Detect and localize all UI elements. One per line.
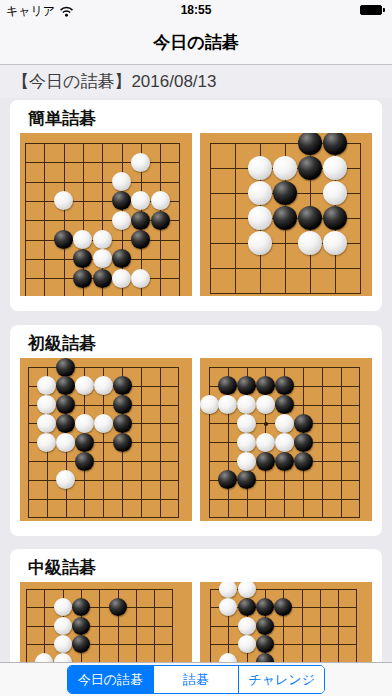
white-stone (35, 653, 53, 662)
section-title-beginner: 初級詰碁 (20, 333, 372, 355)
white-stone (112, 172, 131, 191)
date-header-text: 【今日の詰碁】2016/08/13 (12, 70, 216, 93)
go-board-thumbnail-easy-2[interactable] (200, 133, 372, 296)
black-stone (113, 395, 132, 414)
white-stone (248, 206, 272, 230)
white-stone (323, 231, 347, 255)
grid-line-h (209, 367, 360, 368)
white-stone (298, 231, 322, 255)
grid-line-h (28, 480, 179, 481)
go-board-thumbnail-easy-1[interactable] (20, 133, 192, 296)
white-stone (37, 433, 56, 452)
grid-line-h (26, 644, 173, 645)
black-stone (256, 376, 275, 395)
grid-line-h (210, 268, 361, 269)
white-stone (219, 598, 237, 616)
grid-line-h (210, 626, 357, 627)
page-title: 今日の詰碁 (153, 31, 238, 54)
black-stone (112, 191, 131, 210)
black-stone (323, 133, 347, 155)
black-stone (298, 206, 322, 230)
tab-challenge[interactable]: チャレンジ (239, 666, 324, 693)
grid-line-h (28, 517, 179, 518)
grid-line-h (28, 367, 179, 368)
board-wrap (20, 582, 192, 662)
go-board-thumbnail-beginner-1[interactable] (20, 358, 192, 521)
white-stone (323, 181, 347, 205)
board-wrap (200, 582, 372, 662)
black-stone (54, 230, 73, 249)
black-stone (112, 249, 131, 268)
tab-bar: 今日の詰碁 詰碁 チャレンジ (0, 662, 392, 696)
black-stone (256, 653, 274, 662)
black-stone (237, 376, 256, 395)
black-stone (56, 376, 75, 395)
white-stone (275, 433, 294, 452)
black-stone (75, 433, 94, 452)
white-stone (323, 156, 347, 180)
section-card-beginner: 初級詰碁 (10, 325, 382, 536)
black-stone (256, 635, 274, 653)
black-stone (151, 211, 170, 230)
white-stone (56, 470, 75, 489)
segmented-control: 今日の詰碁 詰碁 チャレンジ (67, 665, 325, 694)
white-stone (248, 181, 272, 205)
white-stone (54, 653, 72, 662)
black-stone (113, 414, 132, 433)
black-stone (75, 452, 94, 471)
black-stone (109, 598, 127, 616)
board-wrap (200, 358, 372, 521)
black-stone (273, 206, 297, 230)
black-stone (256, 598, 274, 616)
black-stone (237, 470, 256, 489)
white-stone (256, 433, 275, 452)
go-board-thumbnail-beginner-2[interactable] (200, 358, 372, 521)
tab-today-tsumego[interactable]: 今日の詰碁 (68, 666, 154, 693)
white-stone (256, 395, 275, 414)
white-stone (93, 230, 112, 249)
grid-line-h (26, 626, 173, 627)
white-stone (238, 635, 256, 653)
white-stone (200, 395, 219, 414)
white-stone (238, 582, 256, 598)
black-stone (298, 133, 322, 155)
date-header: 【今日の詰碁】2016/08/13 (0, 65, 392, 98)
grid-line-h (26, 607, 173, 608)
grid-line-h (25, 162, 180, 163)
white-stone (56, 433, 75, 452)
black-stone (56, 358, 75, 377)
board-wrap (20, 133, 192, 296)
white-stone (219, 582, 237, 598)
board-wrap (20, 358, 192, 521)
grid-line-h (25, 143, 180, 144)
black-stone (73, 269, 92, 288)
grid-line-h (210, 293, 361, 294)
grid-line-h (25, 182, 180, 183)
white-stone (112, 269, 131, 288)
white-stone (54, 617, 72, 635)
white-stone (275, 414, 294, 433)
black-stone (275, 376, 294, 395)
black-stone (294, 414, 313, 433)
board-wrap (200, 133, 372, 296)
white-stone (93, 249, 112, 268)
section-title-easy: 簡単詰碁 (20, 108, 372, 130)
grid-line-h (210, 644, 357, 645)
white-stone (94, 376, 113, 395)
black-stone (73, 249, 92, 268)
white-stone (248, 231, 272, 255)
status-bar: キャリア 18:55 (0, 0, 392, 20)
black-stone (72, 598, 90, 616)
white-stone (75, 414, 94, 433)
status-time: 18:55 (0, 3, 392, 17)
white-stone (237, 395, 256, 414)
hoshi-point (264, 422, 268, 426)
black-stone (256, 452, 275, 471)
black-stone (113, 433, 132, 452)
nav-bar: 今日の詰碁 (0, 20, 392, 65)
black-stone (238, 598, 256, 616)
black-stone (56, 395, 75, 414)
tab-tsumego[interactable]: 詰碁 (154, 666, 240, 693)
white-stone (237, 433, 256, 452)
black-stone (294, 452, 313, 471)
white-stone (37, 395, 56, 414)
white-stone (237, 452, 256, 471)
white-stone (218, 395, 237, 414)
white-stone (112, 211, 131, 230)
white-stone (75, 376, 94, 395)
grid-line-h (209, 517, 360, 518)
white-stone (54, 635, 72, 653)
black-stone (275, 452, 294, 471)
white-stone (94, 414, 113, 433)
app-screen: キャリア 18:55 今日の詰碁 【今日の詰碁】2016/08/13 簡単詰碁 (0, 0, 392, 696)
black-stone (294, 433, 313, 452)
grid-line-h (209, 499, 360, 500)
white-stone (37, 376, 56, 395)
section-card-easy: 簡単詰碁 (10, 100, 382, 311)
black-stone (56, 414, 75, 433)
grid-line-h (28, 461, 179, 462)
white-stone (37, 414, 56, 433)
black-stone (218, 470, 237, 489)
white-stone (238, 617, 256, 635)
go-board-thumbnail-intermediate-2[interactable] (200, 582, 372, 662)
black-stone (273, 181, 297, 205)
black-stone (113, 376, 132, 395)
white-stone (73, 230, 92, 249)
black-stone (218, 376, 237, 395)
black-stone (256, 617, 274, 635)
section-title-intermediate: 中級詰碁 (20, 557, 372, 579)
white-stone (219, 653, 237, 662)
black-stone (323, 206, 347, 230)
white-stone (131, 153, 150, 172)
white-stone (248, 156, 272, 180)
white-stone (151, 191, 170, 210)
white-stone (273, 156, 297, 180)
black-stone (298, 156, 322, 180)
black-stone (93, 269, 112, 288)
white-stone (237, 414, 256, 433)
black-stone (72, 617, 90, 635)
white-stone (131, 269, 150, 288)
grid-line-h (26, 589, 173, 590)
battery-icon (360, 5, 385, 15)
white-stone (131, 191, 150, 210)
black-stone (274, 598, 292, 616)
black-stone (131, 211, 150, 230)
white-stone (54, 191, 73, 210)
black-stone (275, 395, 294, 414)
black-stone (131, 230, 150, 249)
black-stone (72, 635, 90, 653)
go-board-thumbnail-intermediate-1[interactable] (20, 582, 192, 662)
white-stone (54, 598, 72, 616)
grid-line-h (28, 499, 179, 500)
